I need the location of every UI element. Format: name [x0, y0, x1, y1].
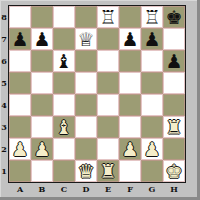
- square-d5[interactable]: [75, 72, 97, 94]
- square-c5[interactable]: [53, 72, 75, 94]
- square-e1[interactable]: ♜: [97, 160, 119, 182]
- chess-app-window: 87654321 ♖♖♚♟♟♕♟♟♝♟♝♜♟♟♟♟♛♜♚ ABCDEFGH: [0, 0, 200, 200]
- black-pawn[interactable]: ♟: [143, 28, 160, 51]
- square-h5[interactable]: [163, 72, 185, 94]
- square-d7[interactable]: ♕: [75, 28, 97, 50]
- rank-label-5: 5: [0, 72, 8, 94]
- square-f3[interactable]: [119, 116, 141, 138]
- square-c3[interactable]: ♝: [53, 116, 75, 138]
- square-b5[interactable]: [31, 72, 53, 94]
- square-g1[interactable]: [141, 160, 163, 182]
- rank-labels: 87654321: [0, 6, 8, 182]
- black-pawn[interactable]: ♟: [33, 28, 50, 51]
- file-label-d: D: [75, 183, 97, 195]
- square-e6[interactable]: [97, 50, 119, 72]
- square-e2[interactable]: [97, 138, 119, 160]
- file-label-g: G: [141, 183, 163, 195]
- square-d1[interactable]: ♛: [75, 160, 97, 182]
- square-f7[interactable]: ♟: [119, 28, 141, 50]
- square-f6[interactable]: [119, 50, 141, 72]
- square-c8[interactable]: [53, 6, 75, 28]
- file-label-e: E: [97, 183, 119, 195]
- square-a8[interactable]: [9, 6, 31, 28]
- black-rook[interactable]: ♖: [143, 6, 160, 29]
- rank-label-7: 7: [0, 28, 8, 50]
- white-pawn[interactable]: ♟: [143, 138, 160, 161]
- square-d8[interactable]: [75, 6, 97, 28]
- square-f8[interactable]: [119, 6, 141, 28]
- square-b4[interactable]: [31, 94, 53, 116]
- square-a4[interactable]: [9, 94, 31, 116]
- file-label-h: H: [163, 183, 185, 195]
- square-e4[interactable]: [97, 94, 119, 116]
- square-a2[interactable]: ♟: [9, 138, 31, 160]
- white-rook[interactable]: ♜: [165, 116, 182, 139]
- file-label-c: C: [53, 183, 75, 195]
- file-label-b: B: [31, 183, 53, 195]
- file-labels: ABCDEFGH: [9, 183, 185, 195]
- square-a6[interactable]: [9, 50, 31, 72]
- square-b2[interactable]: ♟: [31, 138, 53, 160]
- square-b8[interactable]: [31, 6, 53, 28]
- black-bishop[interactable]: ♝: [55, 50, 72, 73]
- white-rook[interactable]: ♜: [99, 160, 116, 183]
- square-b6[interactable]: [31, 50, 53, 72]
- square-a5[interactable]: [9, 72, 31, 94]
- square-b3[interactable]: [31, 116, 53, 138]
- square-c7[interactable]: [53, 28, 75, 50]
- square-f5[interactable]: [119, 72, 141, 94]
- white-pawn[interactable]: ♟: [33, 138, 50, 161]
- rank-label-6: 6: [0, 50, 8, 72]
- square-a7[interactable]: ♟: [9, 28, 31, 50]
- square-b1[interactable]: [31, 160, 53, 182]
- square-g8[interactable]: ♖: [141, 6, 163, 28]
- square-b7[interactable]: ♟: [31, 28, 53, 50]
- white-bishop[interactable]: ♝: [55, 116, 72, 139]
- square-g5[interactable]: [141, 72, 163, 94]
- file-label-f: F: [119, 183, 141, 195]
- white-king[interactable]: ♚: [165, 160, 182, 183]
- square-e8[interactable]: ♖: [97, 6, 119, 28]
- square-d3[interactable]: [75, 116, 97, 138]
- square-e5[interactable]: [97, 72, 119, 94]
- rank-label-1: 1: [0, 160, 8, 182]
- rank-label-8: 8: [0, 6, 8, 28]
- square-g2[interactable]: ♟: [141, 138, 163, 160]
- square-h6[interactable]: ♟: [163, 50, 185, 72]
- rank-label-3: 3: [0, 116, 8, 138]
- rank-label-4: 4: [0, 94, 8, 116]
- square-e7[interactable]: [97, 28, 119, 50]
- square-h7[interactable]: [163, 28, 185, 50]
- white-pawn[interactable]: ♟: [121, 138, 138, 161]
- chess-board[interactable]: ♖♖♚♟♟♕♟♟♝♟♝♜♟♟♟♟♛♜♚: [8, 5, 186, 183]
- square-a1[interactable]: [9, 160, 31, 182]
- file-label-a: A: [9, 183, 31, 195]
- square-g3[interactable]: [141, 116, 163, 138]
- square-g7[interactable]: ♟: [141, 28, 163, 50]
- square-g6[interactable]: [141, 50, 163, 72]
- square-c2[interactable]: [53, 138, 75, 160]
- rank-label-2: 2: [0, 138, 8, 160]
- square-f2[interactable]: ♟: [119, 138, 141, 160]
- square-a3[interactable]: [9, 116, 31, 138]
- white-queen[interactable]: ♛: [77, 160, 94, 183]
- black-queen[interactable]: ♕: [77, 28, 94, 51]
- square-h1[interactable]: ♚: [163, 160, 185, 182]
- square-d6[interactable]: [75, 50, 97, 72]
- square-h8[interactable]: ♚: [163, 6, 185, 28]
- black-pawn[interactable]: ♟: [121, 28, 138, 51]
- white-pawn[interactable]: ♟: [11, 138, 28, 161]
- square-c1[interactable]: [53, 160, 75, 182]
- square-d4[interactable]: [75, 94, 97, 116]
- square-e3[interactable]: [97, 116, 119, 138]
- black-king[interactable]: ♚: [165, 6, 182, 29]
- square-c4[interactable]: [53, 94, 75, 116]
- black-pawn[interactable]: ♟: [11, 28, 28, 51]
- square-h2[interactable]: [163, 138, 185, 160]
- square-f1[interactable]: [119, 160, 141, 182]
- black-pawn[interactable]: ♟: [165, 50, 182, 73]
- square-f4[interactable]: [119, 94, 141, 116]
- square-h3[interactable]: ♜: [163, 116, 185, 138]
- black-rook[interactable]: ♖: [99, 6, 116, 29]
- square-d2[interactable]: [75, 138, 97, 160]
- square-h4[interactable]: [163, 94, 185, 116]
- square-c6[interactable]: ♝: [53, 50, 75, 72]
- square-g4[interactable]: [141, 94, 163, 116]
